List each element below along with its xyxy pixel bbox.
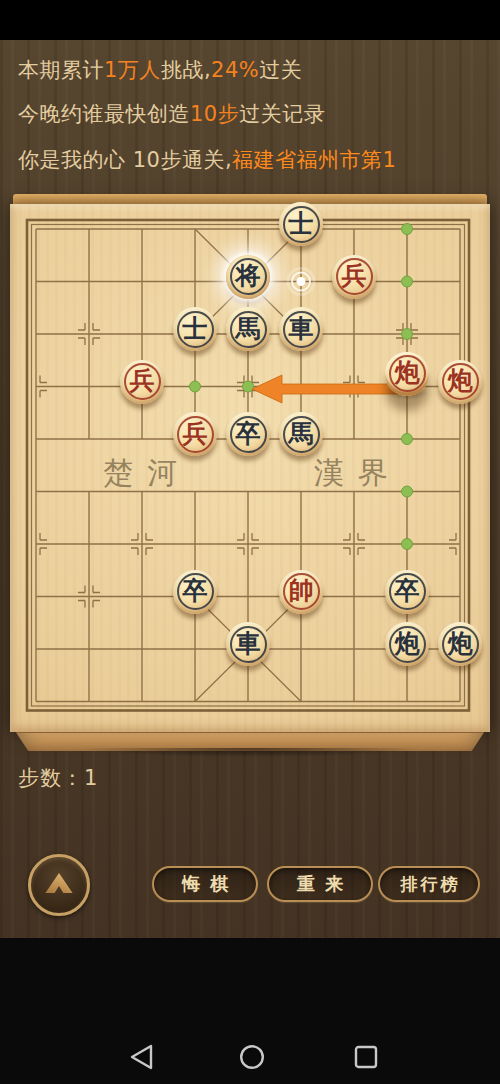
piece-character: 兵 <box>183 421 208 446</box>
move-counter: 步数：1 <box>18 764 98 792</box>
piece-black-車[interactable]: 車 <box>226 622 270 666</box>
piece-character: 兵 <box>130 368 155 393</box>
up-arrow-icon <box>42 872 76 899</box>
status-bar <box>0 0 500 40</box>
piece-character: 士 <box>289 211 314 236</box>
banner-line1-highlight: 1万人 <box>104 58 161 82</box>
piece-character: 車 <box>236 631 261 656</box>
piece-character: 車 <box>289 316 314 341</box>
nav-recents-icon[interactable] <box>354 1045 378 1069</box>
piece-red-炮[interactable]: 炮 <box>438 360 482 404</box>
piece-character: 炮 <box>395 360 420 385</box>
piece-black-士[interactable]: 士 <box>173 307 217 351</box>
piece-black-炮[interactable]: 炮 <box>438 622 482 666</box>
android-nav-bar: Bai du 经验 jingyan.baidu.com <box>0 938 500 1084</box>
piece-black-車[interactable]: 車 <box>279 307 323 351</box>
nav-home-icon[interactable] <box>239 1044 265 1070</box>
piece-black-士[interactable]: 士 <box>279 202 323 246</box>
banner-line1-text3: 过关 <box>259 58 302 82</box>
piece-character: 兵 <box>342 263 367 288</box>
piece-black-馬[interactable]: 馬 <box>279 412 323 456</box>
piece-black-将[interactable]: 将 <box>226 255 270 299</box>
piece-character: 馬 <box>289 421 314 446</box>
banner-line1-text: 本期累计 <box>18 58 104 82</box>
banner-line-2: 今晚约谁最快创造10步过关记录 <box>18 103 325 126</box>
banner-line-3: 你是我的心 10步通关,福建省福州市第1 <box>18 149 396 172</box>
piece-character: 卒 <box>236 421 261 446</box>
piece-character: 卒 <box>395 578 420 603</box>
piece-red-兵[interactable]: 兵 <box>332 255 376 299</box>
banner-line1-text2: 挑战, <box>161 58 211 82</box>
piece-red-炮[interactable]: 炮 <box>385 352 429 396</box>
phone-screen: 本期累计1万人挑战,24%过关 今晚约谁最快创造10步过关记录 你是我的心 10… <box>0 0 500 1084</box>
banner-line2-text: 今晚约谁最快创造 <box>18 102 190 126</box>
nav-back-icon[interactable] <box>128 1043 154 1071</box>
piece-red-帥[interactable]: 帥 <box>279 570 323 614</box>
banner-line1-highlight2: 24% <box>211 58 259 82</box>
piece-red-兵[interactable]: 兵 <box>120 360 164 404</box>
pieces-layer: 士将兵士馬車兵炮炮兵卒馬卒帥卒車炮炮 <box>10 194 490 750</box>
banner-line-1: 本期累计1万人挑战,24%过关 <box>18 59 302 82</box>
banner-line3-rank: 福建省福州市第1 <box>232 148 396 172</box>
piece-character: 士 <box>183 316 208 341</box>
piece-red-兵[interactable]: 兵 <box>173 412 217 456</box>
undo-move-button[interactable]: 悔棋 <box>152 866 258 902</box>
piece-black-卒[interactable]: 卒 <box>226 412 270 456</box>
piece-character: 帥 <box>289 578 314 603</box>
banner-line3-text: 你是我的心 10步通关, <box>18 148 232 172</box>
piece-black-炮[interactable]: 炮 <box>385 622 429 666</box>
piece-black-馬[interactable]: 馬 <box>226 307 270 351</box>
piece-character: 炮 <box>448 631 473 656</box>
piece-character: 炮 <box>448 368 473 393</box>
piece-character: 卒 <box>183 578 208 603</box>
piece-character: 炮 <box>395 631 420 656</box>
leaderboard-button[interactable]: 排行榜 <box>378 866 480 902</box>
piece-black-卒[interactable]: 卒 <box>173 570 217 614</box>
banner-line2-highlight: 10步 <box>190 102 239 126</box>
banner-line2-text2: 过关记录 <box>239 102 325 126</box>
piece-character: 将 <box>236 263 261 288</box>
scroll-top-button[interactable] <box>28 854 90 916</box>
xiangqi-board[interactable]: 楚河 漢界 士将兵士馬車兵炮炮兵卒馬卒帥卒車炮炮 <box>10 194 490 750</box>
restart-button[interactable]: 重来 <box>267 866 373 902</box>
piece-character: 馬 <box>236 316 261 341</box>
piece-black-卒[interactable]: 卒 <box>385 570 429 614</box>
